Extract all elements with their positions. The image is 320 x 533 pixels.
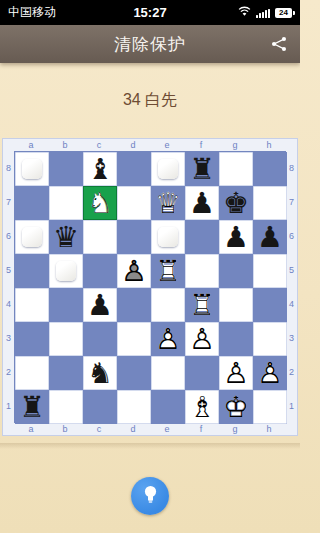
- rank-label-3: 3: [3, 321, 14, 355]
- piece-fill: ♟: [151, 322, 185, 356]
- square-d5[interactable]: ♟♙: [117, 254, 151, 288]
- piece-fill: ♜: [151, 254, 185, 288]
- square-b5[interactable]: [49, 254, 83, 288]
- piece-white-pawn-g2: ♙: [219, 356, 253, 390]
- square-f5[interactable]: [185, 254, 219, 288]
- piece-fill: ♛: [151, 186, 185, 220]
- file-label-b: b: [48, 423, 82, 435]
- share-icon: [270, 35, 288, 56]
- piece-fill: ♟: [117, 254, 151, 288]
- square-c8[interactable]: ♝: [83, 152, 117, 186]
- file-label-g: g: [218, 423, 252, 435]
- square-g1[interactable]: ♚♔: [219, 390, 253, 424]
- square-g2[interactable]: ♟♙: [219, 356, 253, 390]
- piece-black-rook-a1: ♜: [15, 390, 49, 424]
- piece-white-rook-f4: ♖: [185, 288, 219, 322]
- hint-button[interactable]: [131, 477, 169, 515]
- square-c7[interactable]: ♞♘: [83, 186, 117, 220]
- square-f1[interactable]: ♝♗: [185, 390, 219, 424]
- piece-white-king-g1: ♔: [219, 390, 253, 424]
- square-e6[interactable]: [151, 220, 185, 254]
- square-c5[interactable]: [83, 254, 117, 288]
- square-a1[interactable]: ♜: [15, 390, 49, 424]
- square-c3[interactable]: [83, 322, 117, 356]
- file-label-e: e: [150, 423, 184, 435]
- file-label-d: d: [116, 423, 150, 435]
- square-d1[interactable]: [117, 390, 151, 424]
- piece-white-knight-c7: ♘: [83, 186, 117, 220]
- rank-label-4: 4: [3, 287, 14, 321]
- square-f4[interactable]: ♜♖: [185, 288, 219, 322]
- file-label-e: e: [150, 139, 184, 151]
- square-d4[interactable]: [117, 288, 151, 322]
- piece-fill: ♝: [185, 390, 219, 424]
- piece-fill: ♜: [185, 288, 219, 322]
- square-h8[interactable]: [253, 152, 287, 186]
- title-bar: 清除保护: [0, 25, 300, 63]
- square-f3[interactable]: ♟♙: [185, 322, 219, 356]
- square-a5[interactable]: [15, 254, 49, 288]
- square-d6[interactable]: [117, 220, 151, 254]
- battery-icon: 24: [275, 8, 292, 18]
- piece-fill: ♚: [219, 390, 253, 424]
- square-g4[interactable]: [219, 288, 253, 322]
- file-label-h: h: [252, 139, 286, 151]
- square-a3[interactable]: [15, 322, 49, 356]
- piece-black-pawn-h6: ♟: [253, 220, 287, 254]
- square-c6[interactable]: [83, 220, 117, 254]
- piece-fill: ♟: [253, 356, 287, 390]
- piece-black-queen-b6: ♛: [49, 220, 83, 254]
- square-g5[interactable]: [219, 254, 253, 288]
- file-label-b: b: [48, 139, 82, 151]
- square-marker: [22, 159, 42, 179]
- piece-black-knight-c2: ♞: [83, 356, 117, 390]
- rank-label-8: 8: [3, 151, 14, 185]
- square-e5[interactable]: ♜♖: [151, 254, 185, 288]
- rank-label-5: 5: [286, 253, 297, 287]
- rank-label-1: 1: [286, 389, 297, 423]
- piece-white-pawn-h2: ♙: [253, 356, 287, 390]
- square-d8[interactable]: [117, 152, 151, 186]
- piece-white-bishop-f1: ♗: [185, 390, 219, 424]
- file-label-c: c: [82, 423, 116, 435]
- signal-strength-icon: [256, 8, 270, 18]
- rank-label-2: 2: [286, 355, 297, 389]
- rank-label-1: 1: [3, 389, 14, 423]
- lightbulb-icon: [143, 485, 158, 507]
- piece-fill: ♟: [185, 322, 219, 356]
- share-button[interactable]: [268, 34, 290, 56]
- rank-label-5: 5: [3, 253, 14, 287]
- board-shadow: [0, 443, 300, 449]
- square-e2[interactable]: [151, 356, 185, 390]
- piece-fill: ♞: [83, 186, 117, 220]
- square-g8[interactable]: [219, 152, 253, 186]
- square-e7[interactable]: ♛♕: [151, 186, 185, 220]
- piece-black-king-g7: ♚: [219, 186, 253, 220]
- piece-black-bishop-c8: ♝: [83, 152, 117, 186]
- board-grid: ♝♜♞♘♛♕♟♚♛♟♟♟♙♜♖♟♜♖♟♙♟♙♞♟♙♟♙♜♝♗♚♔: [14, 151, 286, 423]
- square-a7[interactable]: [15, 186, 49, 220]
- square-h2[interactable]: ♟♙: [253, 356, 287, 390]
- file-label-h: h: [252, 423, 286, 435]
- file-label-c: c: [82, 139, 116, 151]
- square-d2[interactable]: [117, 356, 151, 390]
- square-b7[interactable]: [49, 186, 83, 220]
- chess-board: abcdefgh 87654321 ♝♜♞♘♛♕♟♚♛♟♟♟♙♜♖♟♜♖♟♙♟♙…: [2, 138, 298, 436]
- piece-white-queen-e7: ♕: [151, 186, 185, 220]
- rank-labels-right: 87654321: [286, 151, 297, 423]
- square-h1[interactable]: [253, 390, 287, 424]
- file-label-f: f: [184, 423, 218, 435]
- piece-white-pawn-e3: ♙: [151, 322, 185, 356]
- square-marker: [158, 159, 178, 179]
- square-h5[interactable]: [253, 254, 287, 288]
- square-g3[interactable]: [219, 322, 253, 356]
- piece-black-pawn-c4: ♟: [83, 288, 117, 322]
- wifi-icon: [238, 6, 251, 20]
- square-a4[interactable]: [15, 288, 49, 322]
- square-f8[interactable]: ♜: [185, 152, 219, 186]
- square-b8[interactable]: [49, 152, 83, 186]
- square-a8[interactable]: [15, 152, 49, 186]
- rank-label-3: 3: [286, 321, 297, 355]
- piece-white-rook-e5: ♖: [151, 254, 185, 288]
- square-marker: [22, 227, 42, 247]
- square-e8[interactable]: [151, 152, 185, 186]
- square-marker: [158, 227, 178, 247]
- rank-label-7: 7: [286, 185, 297, 219]
- status-bar: 中国移动 15:27 24: [0, 0, 300, 25]
- piece-black-pawn-g6: ♟: [219, 220, 253, 254]
- file-labels-bottom: abcdefgh: [3, 423, 297, 435]
- piece-black-rook-f8: ♜: [185, 152, 219, 186]
- file-labels-top: abcdefgh: [3, 139, 297, 151]
- file-label-d: d: [116, 139, 150, 151]
- rank-label-2: 2: [3, 355, 14, 389]
- square-b2[interactable]: [49, 356, 83, 390]
- file-label-g: g: [218, 139, 252, 151]
- square-a6[interactable]: [15, 220, 49, 254]
- square-h6[interactable]: ♟: [253, 220, 287, 254]
- square-h4[interactable]: [253, 288, 287, 322]
- rank-label-4: 4: [286, 287, 297, 321]
- square-c2[interactable]: ♞: [83, 356, 117, 390]
- file-label-a: a: [14, 139, 48, 151]
- square-b4[interactable]: [49, 288, 83, 322]
- rank-labels-left: 87654321: [3, 151, 14, 423]
- piece-white-pawn-f3: ♙: [185, 322, 219, 356]
- square-f7[interactable]: ♟: [185, 186, 219, 220]
- square-e1[interactable]: [151, 390, 185, 424]
- square-b3[interactable]: [49, 322, 83, 356]
- square-c4[interactable]: ♟: [83, 288, 117, 322]
- rank-label-7: 7: [3, 185, 14, 219]
- square-b6[interactable]: ♛: [49, 220, 83, 254]
- square-h3[interactable]: [253, 322, 287, 356]
- square-c1[interactable]: [83, 390, 117, 424]
- square-g7[interactable]: ♚: [219, 186, 253, 220]
- puzzle-label: 34 白先: [123, 90, 177, 111]
- square-e3[interactable]: ♟♙: [151, 322, 185, 356]
- square-f2[interactable]: [185, 356, 219, 390]
- square-h7[interactable]: [253, 186, 287, 220]
- square-d3[interactable]: [117, 322, 151, 356]
- piece-fill: ♟: [219, 356, 253, 390]
- puzzle-subtitle-row: 34 白先: [0, 63, 300, 138]
- file-label-f: f: [184, 139, 218, 151]
- rank-label-6: 6: [3, 219, 14, 253]
- rank-label-8: 8: [286, 151, 297, 185]
- file-label-a: a: [14, 423, 48, 435]
- piece-black-pawn-f7: ♟: [185, 186, 219, 220]
- page-title: 清除保护: [114, 33, 186, 56]
- rank-label-6: 6: [286, 219, 297, 253]
- square-d7[interactable]: [117, 186, 151, 220]
- piece-black-pawn-d5: ♙: [117, 254, 151, 288]
- square-e4[interactable]: [151, 288, 185, 322]
- square-marker: [56, 261, 76, 281]
- square-g6[interactable]: ♟: [219, 220, 253, 254]
- square-a2[interactable]: [15, 356, 49, 390]
- square-f6[interactable]: [185, 220, 219, 254]
- square-b1[interactable]: [49, 390, 83, 424]
